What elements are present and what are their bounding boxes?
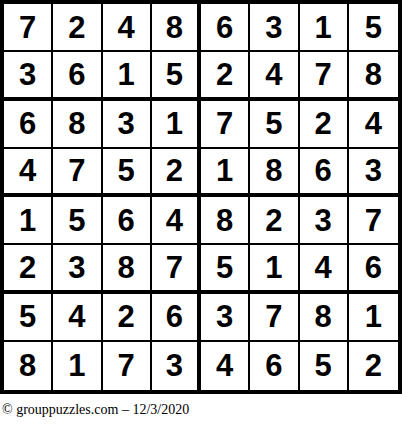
cell-r2c8: 8: [349, 52, 398, 100]
cell-r2c2: 6: [53, 52, 102, 100]
cell-r5c3: 6: [103, 197, 152, 245]
cell-r5c7: 3: [300, 197, 349, 245]
cell-r6c3: 8: [103, 245, 152, 293]
cell-r6c1: 2: [4, 245, 53, 293]
cell-r1c2: 2: [53, 4, 102, 52]
cell-r3c1: 6: [4, 101, 53, 149]
cell-r3c3: 3: [103, 101, 152, 149]
cell-r7c7: 8: [300, 294, 349, 342]
cell-r7c8: 1: [349, 294, 398, 342]
cell-r7c6: 7: [250, 294, 299, 342]
cell-r2c1: 3: [4, 52, 53, 100]
cell-r6c2: 3: [53, 245, 102, 293]
cell-r6c6: 1: [250, 245, 299, 293]
cell-r7c2: 4: [53, 294, 102, 342]
cell-r5c8: 7: [349, 197, 398, 245]
cell-r5c4: 4: [152, 197, 201, 245]
cell-r1c5: 6: [201, 4, 250, 52]
cell-r3c8: 4: [349, 101, 398, 149]
cell-r4c1: 4: [4, 149, 53, 197]
cell-r8c4: 3: [152, 342, 201, 390]
cell-r2c3: 1: [103, 52, 152, 100]
cell-r1c7: 1: [300, 4, 349, 52]
cell-r5c1: 1: [4, 197, 53, 245]
cell-r1c6: 3: [250, 4, 299, 52]
cell-r7c1: 5: [4, 294, 53, 342]
cell-r3c5: 7: [201, 101, 250, 149]
sudoku-board: 7248631536152478683175244752186315648237…: [0, 0, 402, 394]
cell-r5c6: 2: [250, 197, 299, 245]
cell-r8c1: 8: [4, 342, 53, 390]
copyright-credit: © grouppuzzles.com – 12/3/2020: [2, 402, 189, 418]
cell-r4c8: 3: [349, 149, 398, 197]
cell-r4c4: 2: [152, 149, 201, 197]
cell-r1c4: 8: [152, 4, 201, 52]
cell-r3c4: 1: [152, 101, 201, 149]
cell-r6c5: 5: [201, 245, 250, 293]
cell-r6c8: 6: [349, 245, 398, 293]
cell-r2c5: 2: [201, 52, 250, 100]
cell-r7c3: 2: [103, 294, 152, 342]
cell-r2c7: 7: [300, 52, 349, 100]
cell-r6c4: 7: [152, 245, 201, 293]
cell-r8c5: 4: [201, 342, 250, 390]
cell-r2c6: 4: [250, 52, 299, 100]
cell-r7c5: 3: [201, 294, 250, 342]
cell-r3c2: 8: [53, 101, 102, 149]
cell-r4c2: 7: [53, 149, 102, 197]
cell-r8c2: 1: [53, 342, 102, 390]
cell-r5c5: 8: [201, 197, 250, 245]
cell-r2c4: 5: [152, 52, 201, 100]
cell-r1c1: 7: [4, 4, 53, 52]
cell-r3c7: 2: [300, 101, 349, 149]
cell-r5c2: 5: [53, 197, 102, 245]
cell-r1c8: 5: [349, 4, 398, 52]
cell-r4c6: 8: [250, 149, 299, 197]
cell-r8c6: 6: [250, 342, 299, 390]
cell-r3c6: 5: [250, 101, 299, 149]
cell-r4c5: 1: [201, 149, 250, 197]
puzzle-page: 7248631536152478683175244752186315648237…: [0, 0, 402, 424]
cell-r7c4: 6: [152, 294, 201, 342]
cell-r1c3: 4: [103, 4, 152, 52]
cell-r8c8: 2: [349, 342, 398, 390]
cell-r4c7: 6: [300, 149, 349, 197]
cell-r8c7: 5: [300, 342, 349, 390]
cell-r8c3: 7: [103, 342, 152, 390]
cell-r4c3: 5: [103, 149, 152, 197]
cell-r6c7: 4: [300, 245, 349, 293]
